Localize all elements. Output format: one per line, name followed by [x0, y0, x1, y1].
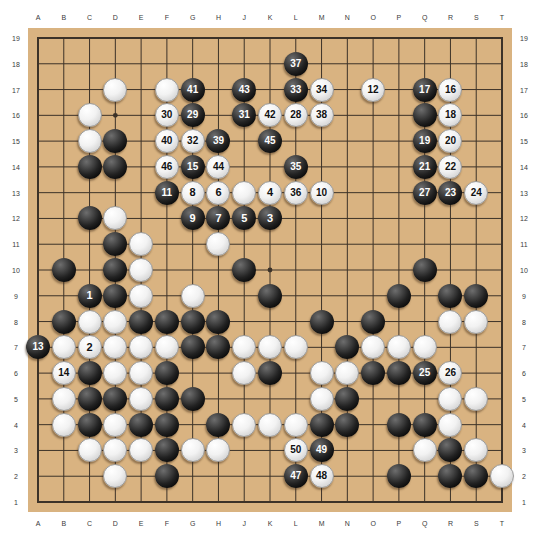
white-stone-G3: [181, 438, 205, 462]
white-stone-D7: [103, 335, 127, 359]
black-stone-D11: [103, 232, 127, 256]
column-label-top: T: [500, 14, 504, 21]
column-label-top: E: [139, 14, 144, 21]
white-stone-O7: [361, 335, 385, 359]
black-stone-G8: [181, 310, 205, 334]
black-stone-L18: 37: [284, 52, 308, 76]
black-stone-C4: [78, 413, 102, 437]
black-stone-L14: 35: [284, 155, 308, 179]
row-label-right: 16: [520, 112, 528, 119]
move-number: 35: [290, 162, 301, 172]
move-number: 49: [316, 445, 327, 455]
white-stone-R14: 22: [438, 155, 462, 179]
column-label-bottom: H: [216, 520, 221, 527]
column-label-bottom: L: [294, 520, 298, 527]
black-stone-H4: [206, 413, 230, 437]
move-number: 37: [290, 59, 301, 69]
move-number: 30: [161, 110, 172, 120]
black-stone-R9: [438, 284, 462, 308]
move-number: 12: [368, 85, 379, 95]
row-label-right: 7: [522, 344, 526, 351]
move-number: 34: [316, 85, 327, 95]
white-stone-R5: [438, 387, 462, 411]
white-stone-Q3: [413, 438, 437, 462]
row-label-right: 14: [520, 163, 528, 170]
move-number: 40: [161, 136, 172, 146]
move-number: 29: [187, 110, 198, 120]
black-stone-G7: [181, 335, 205, 359]
black-stone-P6: [387, 361, 411, 385]
black-stone-C9: 1: [78, 284, 102, 308]
row-label-right: 19: [520, 35, 528, 42]
black-stone-J12: 5: [232, 206, 256, 230]
row-label-left: 15: [12, 138, 20, 145]
black-stone-F13: 11: [155, 181, 179, 205]
white-stone-S5: [464, 387, 488, 411]
move-number: 16: [445, 85, 456, 95]
column-label-top: N: [345, 14, 350, 21]
move-number: 43: [239, 85, 250, 95]
black-stone-H7: [206, 335, 230, 359]
row-label-left: 10: [12, 267, 20, 274]
column-label-bottom: E: [139, 520, 144, 527]
move-number: 15: [187, 162, 198, 172]
column-label-bottom: J: [242, 520, 246, 527]
white-stone-L3: 50: [284, 438, 308, 462]
column-label-top: K: [268, 14, 273, 21]
row-label-right: 13: [520, 189, 528, 196]
row-label-left: 5: [14, 395, 18, 402]
move-number: 3: [267, 213, 273, 224]
column-label-bottom: G: [190, 520, 195, 527]
black-stone-K9: [258, 284, 282, 308]
move-number: 9: [190, 213, 196, 224]
black-stone-F3: [155, 438, 179, 462]
column-label-top: M: [319, 14, 325, 21]
move-number: 2: [86, 342, 92, 353]
white-stone-L13: 36: [284, 181, 308, 205]
black-stone-G5: [181, 387, 205, 411]
black-stone-N7: [335, 335, 359, 359]
row-label-right: 3: [522, 447, 526, 454]
black-stone-Q16: [413, 103, 437, 127]
white-stone-R6: 26: [438, 361, 462, 385]
move-number: 19: [419, 136, 430, 146]
black-stone-D10: [103, 258, 127, 282]
white-stone-C8: [78, 310, 102, 334]
white-stone-E6: [129, 361, 153, 385]
black-stone-D15: [103, 129, 127, 153]
column-label-bottom: D: [113, 520, 118, 527]
black-stone-E4: [129, 413, 153, 437]
column-label-top: Q: [422, 14, 427, 21]
black-stone-G14: 15: [181, 155, 205, 179]
black-stone-S9: [464, 284, 488, 308]
column-label-bottom: K: [268, 520, 273, 527]
white-stone-K16: 42: [258, 103, 282, 127]
black-stone-Q4: [413, 413, 437, 437]
white-stone-N6: [335, 361, 359, 385]
white-stone-L16: 28: [284, 103, 308, 127]
move-number: 11: [162, 188, 173, 198]
white-stone-R4: [438, 413, 462, 437]
black-stone-C14: [78, 155, 102, 179]
black-stone-N4: [335, 413, 359, 437]
white-stone-D6: [103, 361, 127, 385]
white-stone-B4: [52, 413, 76, 437]
row-label-left: 1: [14, 499, 18, 506]
row-label-right: 17: [520, 86, 528, 93]
white-stone-R15: 20: [438, 129, 462, 153]
column-label-top: A: [36, 14, 41, 21]
move-number: 42: [264, 110, 275, 120]
black-stone-H8: [206, 310, 230, 334]
row-label-left: 11: [12, 241, 19, 248]
white-stone-K4: [258, 413, 282, 437]
column-label-top: S: [474, 14, 479, 21]
row-label-right: 12: [520, 215, 528, 222]
black-stone-G12: 9: [181, 206, 205, 230]
column-label-bottom: O: [370, 520, 375, 527]
move-number: 44: [213, 162, 224, 172]
row-label-left: 18: [12, 60, 20, 67]
black-stone-L17: 33: [284, 78, 308, 102]
row-label-left: 12: [12, 215, 20, 222]
black-stone-P2: [387, 464, 411, 488]
white-stone-H14: 44: [206, 155, 230, 179]
white-stone-J4: [232, 413, 256, 437]
move-number: 25: [419, 368, 430, 378]
move-number: 47: [290, 471, 301, 481]
column-label-bottom: S: [474, 520, 479, 527]
white-stone-R16: 18: [438, 103, 462, 127]
black-stone-Q13: 27: [413, 181, 437, 205]
column-label-top: D: [113, 14, 118, 21]
column-label-top: R: [448, 14, 453, 21]
move-number: 5: [241, 213, 247, 224]
white-stone-D8: [103, 310, 127, 334]
move-number: 48: [316, 471, 327, 481]
black-stone-P9: [387, 284, 411, 308]
white-stone-M6: [310, 361, 334, 385]
white-stone-H13: 6: [206, 181, 230, 205]
move-number: 32: [187, 136, 198, 146]
column-label-top: F: [165, 14, 169, 21]
move-number: 18: [445, 110, 456, 120]
row-label-left: 7: [14, 344, 18, 351]
black-stone-A7: 13: [26, 335, 50, 359]
black-stone-J17: 43: [232, 78, 256, 102]
black-stone-F4: [155, 413, 179, 437]
black-stone-J10: [232, 258, 256, 282]
move-number: 10: [316, 188, 327, 198]
move-number: 50: [290, 445, 301, 455]
column-label-bottom: T: [500, 520, 504, 527]
white-stone-C7: 2: [78, 335, 102, 359]
black-stone-F5: [155, 387, 179, 411]
black-stone-M4: [310, 413, 334, 437]
row-label-right: 18: [520, 60, 528, 67]
row-label-right: 1: [522, 499, 526, 506]
black-stone-O8: [361, 310, 385, 334]
black-stone-O6: [361, 361, 385, 385]
black-stone-K12: 3: [258, 206, 282, 230]
column-label-bottom: M: [319, 520, 325, 527]
column-label-bottom: B: [61, 520, 66, 527]
column-label-top: G: [190, 14, 195, 21]
black-stone-M3: 49: [310, 438, 334, 462]
row-label-left: 2: [14, 473, 18, 480]
white-stone-R8: [438, 310, 462, 334]
black-stone-P4: [387, 413, 411, 437]
white-stone-G9: [181, 284, 205, 308]
white-stone-B7: [52, 335, 76, 359]
black-stone-F8: [155, 310, 179, 334]
black-stone-D5: [103, 387, 127, 411]
move-number: 20: [445, 136, 456, 146]
white-stone-G13: 8: [181, 181, 205, 205]
row-label-right: 10: [520, 267, 528, 274]
white-stone-R17: 16: [438, 78, 462, 102]
column-label-top: P: [397, 14, 402, 21]
white-stone-H3: [206, 438, 230, 462]
move-number: 31: [239, 110, 250, 120]
black-stone-H15: 39: [206, 129, 230, 153]
column-label-bottom: C: [87, 520, 92, 527]
black-stone-N5: [335, 387, 359, 411]
white-stone-M2: 48: [310, 464, 334, 488]
move-number: 21: [419, 162, 430, 172]
row-label-right: 9: [522, 292, 526, 299]
white-stone-B6: 14: [52, 361, 76, 385]
black-stone-C5: [78, 387, 102, 411]
white-stone-S8: [464, 310, 488, 334]
black-stone-L2: 47: [284, 464, 308, 488]
white-stone-D17: [103, 78, 127, 102]
white-stone-C15: [78, 129, 102, 153]
move-number: 33: [290, 85, 301, 95]
row-label-left: 9: [14, 292, 18, 299]
black-stone-K6: [258, 361, 282, 385]
black-stone-J16: 31: [232, 103, 256, 127]
white-stone-E5: [129, 387, 153, 411]
move-number: 1: [86, 290, 92, 301]
white-stone-D3: [103, 438, 127, 462]
white-stone-S3: [464, 438, 488, 462]
black-stone-Q10: [413, 258, 437, 282]
black-stone-Q6: 25: [413, 361, 437, 385]
black-stone-R3: [438, 438, 462, 462]
move-number: 38: [316, 110, 327, 120]
go-diagram-page: AABBCCDDEEFFGGHHJJKKLLMMNNOOPPQQRRSSTT19…: [0, 0, 540, 540]
move-number: 41: [187, 85, 198, 95]
move-number: 45: [264, 136, 275, 146]
black-stone-H12: 7: [206, 206, 230, 230]
row-label-right: 8: [522, 318, 526, 325]
white-stone-E10: [129, 258, 153, 282]
column-label-top: J: [242, 14, 246, 21]
white-stone-M13: 10: [310, 181, 334, 205]
row-label-left: 17: [12, 86, 20, 93]
black-stone-C6: [78, 361, 102, 385]
column-label-bottom: R: [448, 520, 453, 527]
white-stone-J7: [232, 335, 256, 359]
row-label-left: 6: [14, 370, 18, 377]
white-stone-D2: [103, 464, 127, 488]
move-number: 28: [290, 110, 301, 120]
move-number: 26: [445, 368, 456, 378]
white-stone-K7: [258, 335, 282, 359]
row-label-left: 8: [14, 318, 18, 325]
column-label-bottom: P: [397, 520, 402, 527]
black-stone-C12: [78, 206, 102, 230]
move-number: 7: [215, 213, 221, 224]
white-stone-G15: 32: [181, 129, 205, 153]
white-stone-D4: [103, 413, 127, 437]
move-number: 24: [471, 188, 482, 198]
white-stone-M5: [310, 387, 334, 411]
move-number: 27: [419, 188, 430, 198]
white-stone-E9: [129, 284, 153, 308]
white-stone-T2: [490, 464, 514, 488]
white-stone-C16: [78, 103, 102, 127]
column-label-bottom: F: [165, 520, 169, 527]
white-stone-Q7: [413, 335, 437, 359]
white-stone-D12: [103, 206, 127, 230]
row-label-left: 3: [14, 447, 18, 454]
row-label-right: 4: [522, 421, 526, 428]
black-stone-B8: [52, 310, 76, 334]
row-label-right: 15: [520, 138, 528, 145]
white-stone-K13: 4: [258, 181, 282, 205]
column-label-top: L: [294, 14, 298, 21]
white-stone-J6: [232, 361, 256, 385]
white-stone-M17: 34: [310, 78, 334, 102]
white-stone-M16: 38: [310, 103, 334, 127]
column-label-top: O: [370, 14, 375, 21]
row-label-right: 11: [520, 241, 527, 248]
move-number: 39: [213, 136, 224, 146]
black-stone-M8: [310, 310, 334, 334]
move-number: 4: [267, 187, 273, 198]
move-number: 23: [445, 188, 456, 198]
move-number: 6: [215, 187, 221, 198]
black-stone-E8: [129, 310, 153, 334]
white-stone-S13: 24: [464, 181, 488, 205]
white-stone-H11: [206, 232, 230, 256]
column-label-bottom: Q: [422, 520, 427, 527]
black-stone-D14: [103, 155, 127, 179]
column-label-top: C: [87, 14, 92, 21]
white-stone-F14: 46: [155, 155, 179, 179]
move-number: 14: [58, 368, 69, 378]
white-stone-E11: [129, 232, 153, 256]
row-label-left: 16: [12, 112, 20, 119]
black-stone-B10: [52, 258, 76, 282]
white-stone-F17: [155, 78, 179, 102]
move-number: 22: [445, 162, 456, 172]
white-stone-P7: [387, 335, 411, 359]
black-stone-S2: [464, 464, 488, 488]
white-stone-E7: [129, 335, 153, 359]
black-stone-Q15: 19: [413, 129, 437, 153]
black-stone-R13: 23: [438, 181, 462, 205]
move-number: 17: [419, 85, 430, 95]
white-stone-F7: [155, 335, 179, 359]
white-stone-F15: 40: [155, 129, 179, 153]
black-stone-Q14: 21: [413, 155, 437, 179]
column-label-top: B: [61, 14, 66, 21]
column-label-top: H: [216, 14, 221, 21]
column-label-bottom: A: [36, 520, 41, 527]
black-stone-G17: 41: [181, 78, 205, 102]
move-number: 36: [290, 188, 301, 198]
white-stone-J13: [232, 181, 256, 205]
move-number: 46: [161, 162, 172, 172]
black-stone-F2: [155, 464, 179, 488]
white-stone-E3: [129, 438, 153, 462]
white-stone-O17: 12: [361, 78, 385, 102]
black-stone-Q17: 17: [413, 78, 437, 102]
column-label-bottom: N: [345, 520, 350, 527]
move-number: 13: [32, 342, 43, 352]
white-stone-L4: [284, 413, 308, 437]
white-stone-F16: 30: [155, 103, 179, 127]
black-stone-D9: [103, 284, 127, 308]
white-stone-B5: [52, 387, 76, 411]
black-stone-G16: 29: [181, 103, 205, 127]
row-label-right: 2: [522, 473, 526, 480]
move-number: 8: [190, 187, 196, 198]
row-label-left: 19: [12, 35, 20, 42]
white-stone-C3: [78, 438, 102, 462]
row-label-left: 14: [12, 163, 20, 170]
row-label-left: 4: [14, 421, 18, 428]
black-stone-R2: [438, 464, 462, 488]
black-stone-F6: [155, 361, 179, 385]
row-label-right: 6: [522, 370, 526, 377]
white-stone-L7: [284, 335, 308, 359]
row-label-right: 5: [522, 395, 526, 402]
row-label-left: 13: [12, 189, 20, 196]
black-stone-K15: 45: [258, 129, 282, 153]
